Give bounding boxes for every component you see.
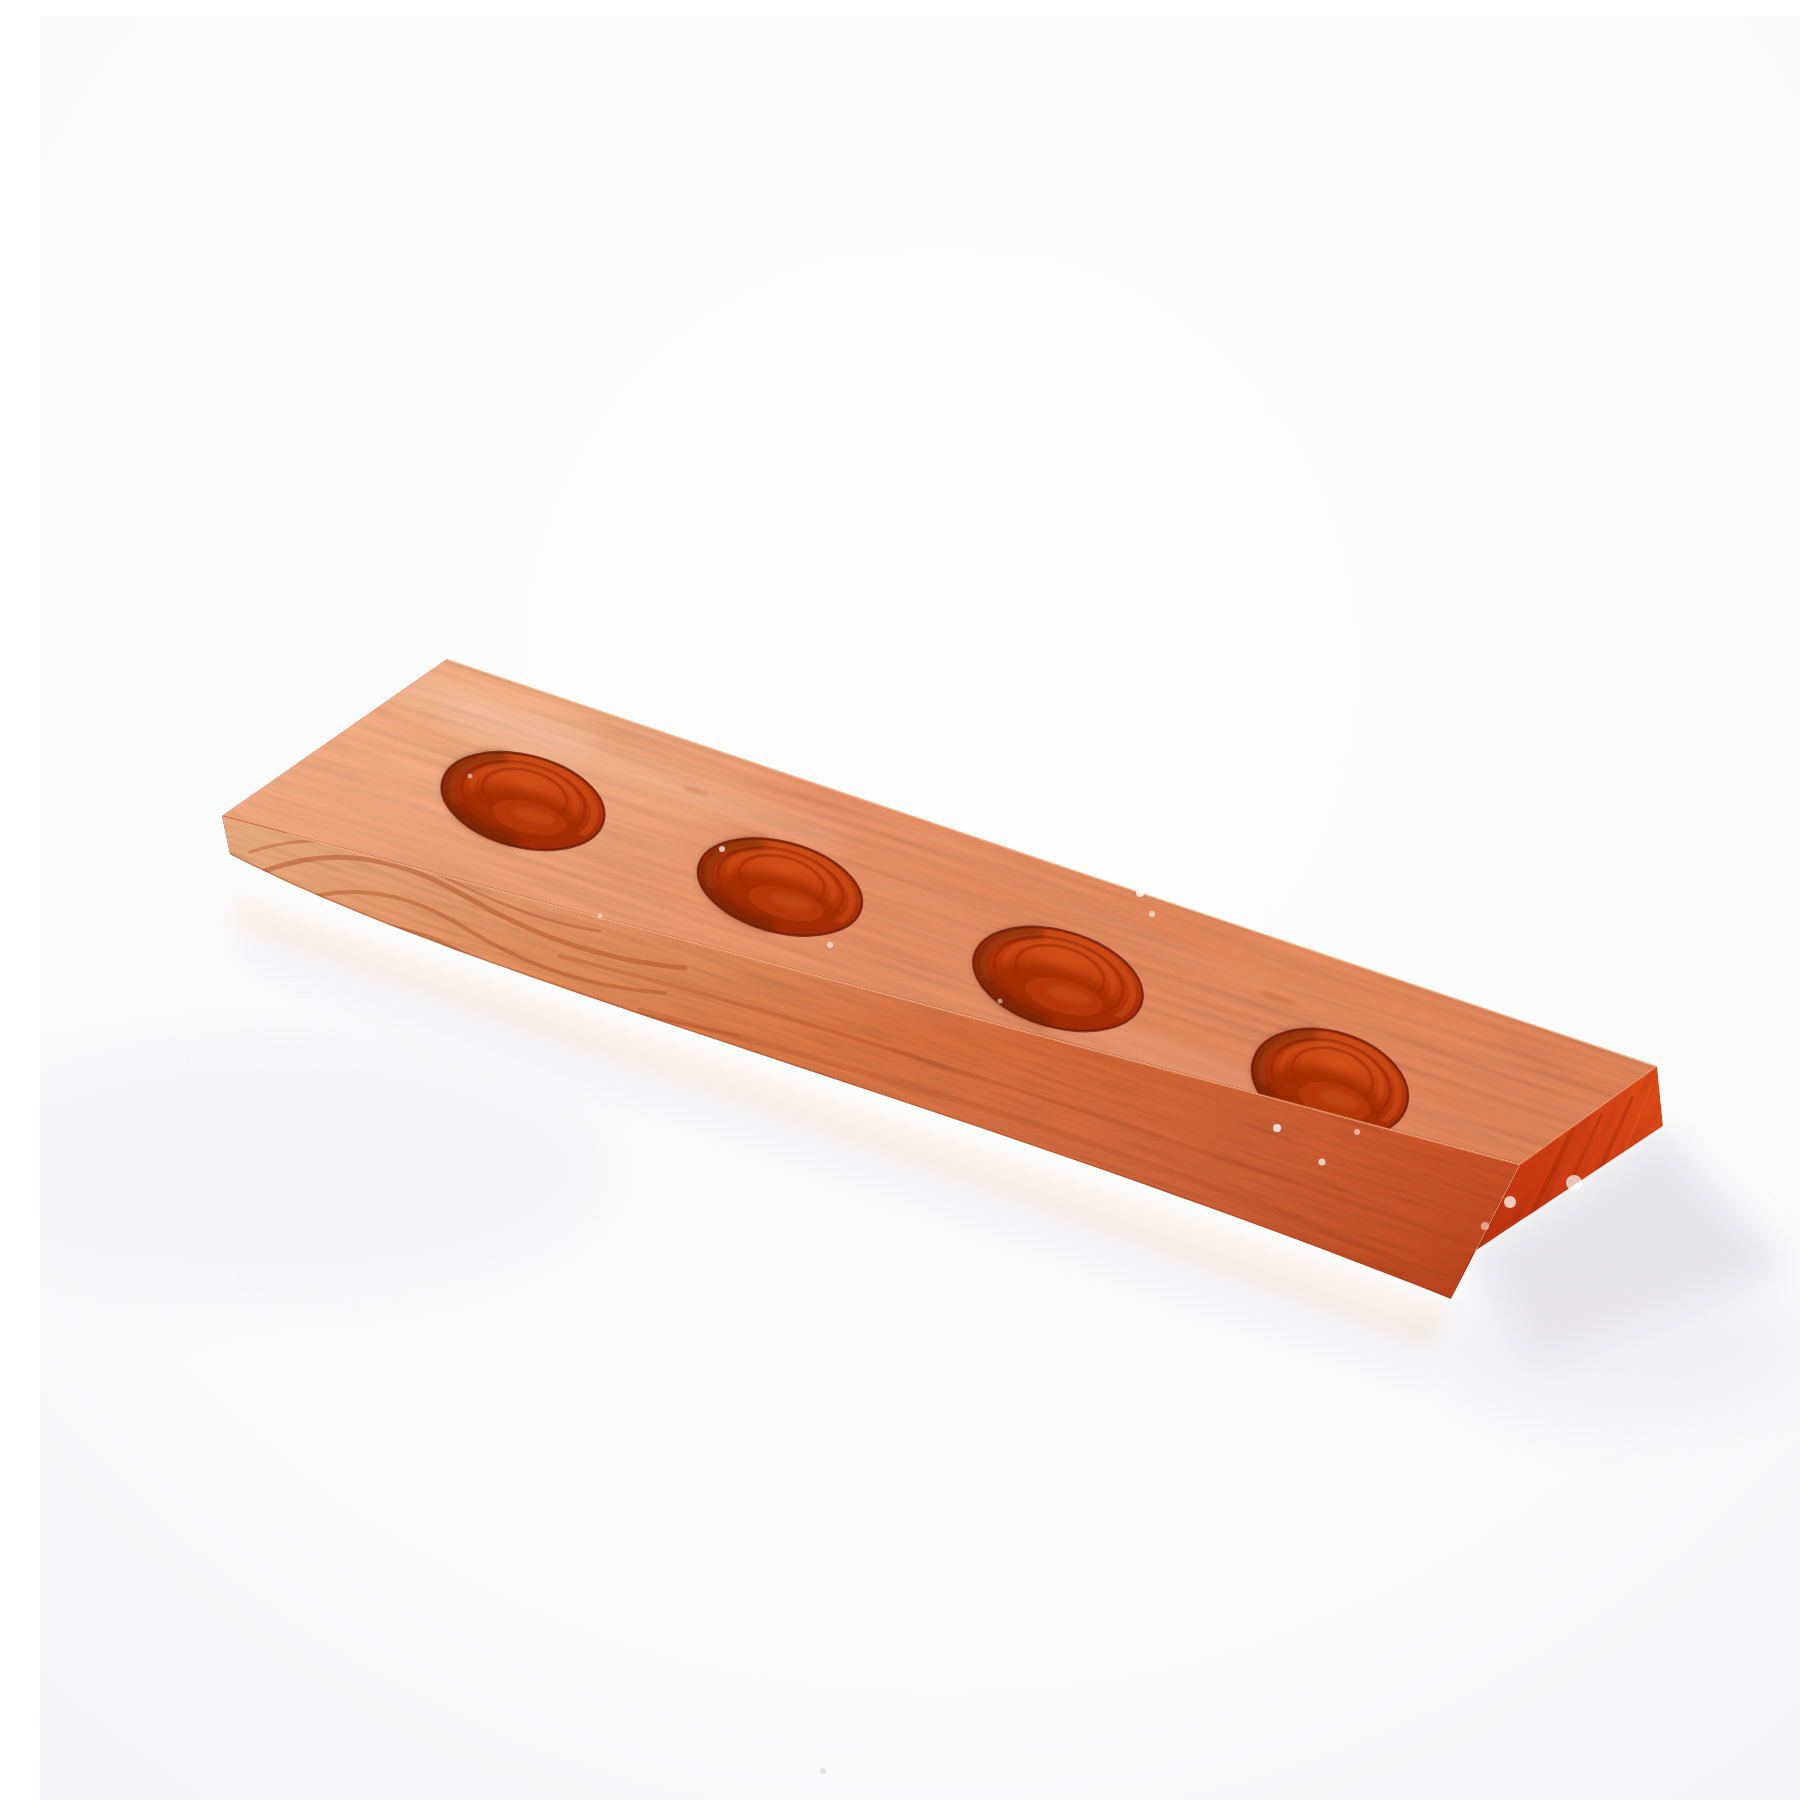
- dust-speck: [1149, 911, 1155, 917]
- dust-speck: [719, 846, 725, 852]
- dust-speck: [827, 942, 833, 948]
- dust-speck: [1566, 1175, 1582, 1191]
- dust-speck: [598, 914, 603, 919]
- dust-speck: [1136, 889, 1144, 897]
- dust-speck: [1504, 1196, 1516, 1208]
- dust-speck: [998, 999, 1003, 1004]
- dust-speck: [1273, 1124, 1281, 1132]
- dust-speck: [1354, 1129, 1360, 1135]
- shadow-right-soft: [1425, 1261, 1800, 1431]
- dust-speck: [820, 1768, 826, 1774]
- dust-speck: [468, 774, 473, 779]
- dust-speck: [1319, 1159, 1326, 1166]
- scene-svg: [40, 16, 1800, 1800]
- product-photo: [40, 16, 1800, 1800]
- dust-speck: [1481, 1222, 1489, 1230]
